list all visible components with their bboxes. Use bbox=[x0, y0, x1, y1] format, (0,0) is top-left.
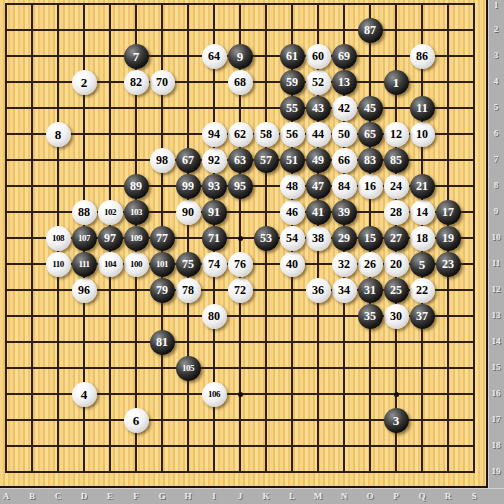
go-stone-black: 67 bbox=[176, 148, 201, 173]
go-stone-white: 76 bbox=[228, 252, 253, 277]
go-stone-white: 52 bbox=[306, 70, 331, 95]
go-stone-black: 97 bbox=[98, 226, 123, 251]
go-stone-white: 58 bbox=[254, 122, 279, 147]
go-stone-black: 49 bbox=[306, 148, 331, 173]
go-stone-white: 72 bbox=[228, 278, 253, 303]
go-stone-white: 60 bbox=[306, 44, 331, 69]
go-stone-white: 28 bbox=[384, 200, 409, 225]
star-point bbox=[238, 392, 243, 397]
column-label: R bbox=[440, 491, 456, 501]
go-stone-black: 103 bbox=[124, 200, 149, 225]
go-stone-white: 40 bbox=[280, 252, 305, 277]
go-stone-black: 107 bbox=[72, 226, 97, 251]
row-label: 3 bbox=[489, 50, 503, 60]
column-label: I bbox=[206, 491, 222, 501]
grid-line-horizontal bbox=[5, 445, 475, 447]
go-stone-white: 2 bbox=[72, 70, 97, 95]
go-stone-white: 106 bbox=[202, 382, 227, 407]
go-stone-black: 89 bbox=[124, 174, 149, 199]
go-stone-black: 85 bbox=[384, 148, 409, 173]
go-stone-black: 83 bbox=[358, 148, 383, 173]
column-label: O bbox=[362, 491, 378, 501]
go-stone-black: 3 bbox=[384, 408, 409, 433]
go-stone-black: 17 bbox=[436, 200, 461, 225]
go-stone-black: 27 bbox=[384, 226, 409, 251]
go-stone-white: 4 bbox=[72, 382, 97, 407]
column-label: F bbox=[128, 491, 144, 501]
go-stone-white: 88 bbox=[72, 200, 97, 225]
go-stone-black: 61 bbox=[280, 44, 305, 69]
go-stone-white: 102 bbox=[98, 200, 123, 225]
go-stone-black: 19 bbox=[436, 226, 461, 251]
row-label: 12 bbox=[489, 284, 503, 294]
go-stone-black: 59 bbox=[280, 70, 305, 95]
go-stone-white: 46 bbox=[280, 200, 305, 225]
go-stone-white: 94 bbox=[202, 122, 227, 147]
go-stone-white: 104 bbox=[98, 252, 123, 277]
column-label: A bbox=[0, 491, 14, 501]
column-label: S bbox=[466, 491, 482, 501]
go-stone-black: 39 bbox=[332, 200, 357, 225]
go-stone-white: 10 bbox=[410, 122, 435, 147]
go-stone-black: 109 bbox=[124, 226, 149, 251]
go-stone-black: 13 bbox=[332, 70, 357, 95]
go-stone-black: 21 bbox=[410, 174, 435, 199]
go-stone-black: 91 bbox=[202, 200, 227, 225]
go-stone-white: 92 bbox=[202, 148, 227, 173]
go-stone-white: 12 bbox=[384, 122, 409, 147]
go-stone-white: 48 bbox=[280, 174, 305, 199]
go-stone-white: 90 bbox=[176, 200, 201, 225]
go-stone-black: 65 bbox=[358, 122, 383, 147]
go-stone-black: 43 bbox=[306, 96, 331, 121]
go-stone-black: 87 bbox=[358, 18, 383, 43]
go-stone-black: 71 bbox=[202, 226, 227, 251]
go-stone-black: 79 bbox=[150, 278, 175, 303]
star-point bbox=[394, 392, 399, 397]
go-stone-white: 62 bbox=[228, 122, 253, 147]
go-stone-white: 44 bbox=[306, 122, 331, 147]
grid-line-vertical bbox=[473, 3, 475, 473]
go-stone-black: 101 bbox=[150, 252, 175, 277]
go-stone-black: 37 bbox=[410, 304, 435, 329]
grid-line-horizontal bbox=[5, 367, 475, 369]
go-stone-black: 41 bbox=[306, 200, 331, 225]
column-label: M bbox=[310, 491, 326, 501]
column-label: P bbox=[388, 491, 404, 501]
go-stone-white: 98 bbox=[150, 148, 175, 173]
go-stone-white: 8 bbox=[46, 122, 71, 147]
row-label: 5 bbox=[489, 102, 503, 112]
go-stone-white: 36 bbox=[306, 278, 331, 303]
go-stone-white: 78 bbox=[176, 278, 201, 303]
go-stone-black: 25 bbox=[384, 278, 409, 303]
go-stone-white: 22 bbox=[410, 278, 435, 303]
go-stone-white: 56 bbox=[280, 122, 305, 147]
column-label: K bbox=[258, 491, 274, 501]
go-stone-white: 84 bbox=[332, 174, 357, 199]
go-stone-white: 30 bbox=[384, 304, 409, 329]
go-stone-black: 95 bbox=[228, 174, 253, 199]
go-stone-black: 15 bbox=[358, 226, 383, 251]
go-stone-white: 96 bbox=[72, 278, 97, 303]
go-stone-black: 55 bbox=[280, 96, 305, 121]
row-label: 2 bbox=[489, 24, 503, 34]
go-stone-black: 57 bbox=[254, 148, 279, 173]
go-stone-black: 45 bbox=[358, 96, 383, 121]
go-stone-black: 77 bbox=[150, 226, 175, 251]
go-stone-white: 54 bbox=[280, 226, 305, 251]
column-label: G bbox=[154, 491, 170, 501]
go-stone-black: 51 bbox=[280, 148, 305, 173]
go-stone-white: 38 bbox=[306, 226, 331, 251]
go-stone-black: 105 bbox=[176, 356, 201, 381]
row-label: 11 bbox=[489, 258, 503, 268]
go-stone-white: 110 bbox=[46, 252, 71, 277]
go-stone-white: 66 bbox=[332, 148, 357, 173]
go-stone-black: 99 bbox=[176, 174, 201, 199]
go-stone-white: 108 bbox=[46, 226, 71, 251]
go-stone-black: 5 bbox=[410, 252, 435, 277]
go-stone-black: 11 bbox=[410, 96, 435, 121]
go-stone-black: 111 bbox=[72, 252, 97, 277]
go-stone-white: 70 bbox=[150, 70, 175, 95]
go-stone-white: 16 bbox=[358, 174, 383, 199]
row-label: 17 bbox=[489, 414, 503, 424]
column-label: D bbox=[76, 491, 92, 501]
go-stone-white: 42 bbox=[332, 96, 357, 121]
go-stone-white: 6 bbox=[124, 408, 149, 433]
go-stone-white: 32 bbox=[332, 252, 357, 277]
row-label: 1 bbox=[489, 0, 503, 10]
column-label: L bbox=[284, 491, 300, 501]
go-stone-white: 68 bbox=[228, 70, 253, 95]
go-stone-white: 82 bbox=[124, 70, 149, 95]
row-label: 14 bbox=[489, 336, 503, 346]
go-stone-white: 34 bbox=[332, 278, 357, 303]
kifu-diagram: 1234567891011121314151617181920212223242… bbox=[0, 0, 504, 504]
grid-line-horizontal bbox=[5, 471, 475, 473]
row-label: 19 bbox=[489, 466, 503, 476]
go-stone-white: 18 bbox=[410, 226, 435, 251]
row-label: 13 bbox=[489, 310, 503, 320]
go-stone-white: 74 bbox=[202, 252, 227, 277]
go-board[interactable]: 1234567891011121314151617181920212223242… bbox=[0, 0, 488, 488]
go-stone-black: 1 bbox=[384, 70, 409, 95]
go-stone-white: 50 bbox=[332, 122, 357, 147]
go-stone-black: 75 bbox=[176, 252, 201, 277]
go-stone-black: 35 bbox=[358, 304, 383, 329]
row-label: 6 bbox=[489, 128, 503, 138]
go-stone-black: 93 bbox=[202, 174, 227, 199]
row-label: 18 bbox=[489, 440, 503, 450]
go-stone-black: 23 bbox=[436, 252, 461, 277]
go-stone-white: 64 bbox=[202, 44, 227, 69]
go-stone-black: 9 bbox=[228, 44, 253, 69]
go-stone-black: 29 bbox=[332, 226, 357, 251]
row-label: 8 bbox=[489, 180, 503, 190]
column-label: B bbox=[24, 491, 40, 501]
column-label: J bbox=[232, 491, 248, 501]
go-stone-black: 69 bbox=[332, 44, 357, 69]
go-stone-black: 53 bbox=[254, 226, 279, 251]
star-point bbox=[238, 236, 243, 241]
column-label: C bbox=[50, 491, 66, 501]
row-label: 4 bbox=[489, 76, 503, 86]
row-label: 10 bbox=[489, 232, 503, 242]
go-stone-white: 80 bbox=[202, 304, 227, 329]
row-label: 16 bbox=[489, 388, 503, 398]
go-stone-white: 14 bbox=[410, 200, 435, 225]
go-stone-black: 63 bbox=[228, 148, 253, 173]
go-stone-black: 7 bbox=[124, 44, 149, 69]
go-stone-white: 24 bbox=[384, 174, 409, 199]
row-label: 7 bbox=[489, 154, 503, 164]
row-label: 9 bbox=[489, 206, 503, 216]
go-stone-black: 47 bbox=[306, 174, 331, 199]
column-label: H bbox=[180, 491, 196, 501]
go-stone-black: 81 bbox=[150, 330, 175, 355]
column-label: N bbox=[336, 491, 352, 501]
column-label: Q bbox=[414, 491, 430, 501]
go-stone-white: 26 bbox=[358, 252, 383, 277]
grid-line-horizontal bbox=[5, 341, 475, 343]
go-stone-white: 86 bbox=[410, 44, 435, 69]
go-stone-white: 100 bbox=[124, 252, 149, 277]
go-stone-white: 20 bbox=[384, 252, 409, 277]
row-label: 15 bbox=[489, 362, 503, 372]
go-stone-black: 31 bbox=[358, 278, 383, 303]
column-label: E bbox=[102, 491, 118, 501]
